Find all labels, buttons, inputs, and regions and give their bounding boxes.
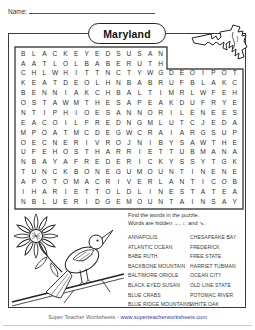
grid-cell: A xyxy=(124,89,135,99)
grid-cell: E xyxy=(219,108,230,118)
footer: Super Teacher Worksheets - www.superteac… xyxy=(0,314,255,320)
grid-cell: K xyxy=(166,98,177,108)
grid-cell: L xyxy=(71,59,82,69)
grid-cell: N xyxy=(18,197,29,207)
grid-cell: E xyxy=(18,118,29,128)
grid-cell: U xyxy=(219,128,230,138)
grid-cell: C xyxy=(113,69,124,79)
grid-cell: F xyxy=(198,98,209,108)
grid-cell: A xyxy=(81,177,92,187)
grid-cell: E xyxy=(229,168,240,178)
grid-cell: J xyxy=(124,138,135,148)
grid-cell: T xyxy=(18,168,29,178)
grid-cell: S xyxy=(177,158,188,168)
grid-cell: B xyxy=(29,158,40,168)
grid-cell: S xyxy=(113,98,124,108)
grid-cell: P xyxy=(29,128,40,138)
grid-cell: R xyxy=(113,148,124,158)
grid-cell: E xyxy=(29,89,40,99)
grid-cell: M xyxy=(124,197,135,207)
grid-cell xyxy=(177,49,188,59)
grid-cell: S xyxy=(208,128,219,138)
grid-cell: G xyxy=(103,197,114,207)
grid-cell: T xyxy=(145,59,156,69)
word-item: BLACK-EYED SUSAN xyxy=(128,281,190,291)
grid-cell: L xyxy=(29,49,40,59)
grid-cell: A xyxy=(155,128,166,138)
grid-cell: T xyxy=(187,187,198,197)
word-item: BALTIMORE ORIOLE xyxy=(128,271,190,281)
grid-cell: A xyxy=(39,79,50,89)
grid-cell xyxy=(166,49,177,59)
grid-cell: W xyxy=(60,98,71,108)
grid-cell: T xyxy=(81,69,92,79)
grid-cell: N xyxy=(219,168,230,178)
grid-cell: U xyxy=(155,168,166,178)
grid-cell: A xyxy=(155,98,166,108)
grid-cell: T xyxy=(187,177,198,187)
grid-cell: C xyxy=(39,138,50,148)
instructions-line2: Words are hidden →, ↓, and ↘. xyxy=(128,220,246,228)
grid-cell: L xyxy=(113,187,124,197)
grid-cell: S xyxy=(113,49,124,59)
grid-cell: B xyxy=(187,79,198,89)
grid-cell: E xyxy=(103,118,114,128)
grid-cell: A xyxy=(39,187,50,197)
grid-cell: I xyxy=(166,128,177,138)
word-item: HARRIET TUBMAN xyxy=(190,262,246,272)
grid-cell: Y xyxy=(229,197,240,207)
grid-cell: A xyxy=(134,79,145,89)
grid-cell: J xyxy=(198,118,209,128)
grid-cell: U xyxy=(29,168,40,178)
grid-cell: E xyxy=(113,197,124,207)
grid-cell: E xyxy=(60,138,71,148)
grid-cell: T xyxy=(229,69,240,79)
grid-cell: T xyxy=(29,108,40,118)
grid-cell: F xyxy=(81,118,92,128)
grid-cell: Y xyxy=(166,158,177,168)
footer-url[interactable]: www.superteacherworksheets.com xyxy=(120,314,206,320)
grid-cell: P xyxy=(134,98,145,108)
grid-cell: L xyxy=(39,197,50,207)
grid-cell: R xyxy=(124,158,135,168)
word-item: POTOMAC RIVER xyxy=(190,291,246,301)
grid-cell: I xyxy=(145,138,156,148)
grid-cell: O xyxy=(50,118,61,128)
grid-cell: H xyxy=(29,69,40,79)
word-item: CHESAPEAKE BAY xyxy=(190,233,246,243)
grid-cell: E xyxy=(208,168,219,178)
grid-cell: H xyxy=(92,98,103,108)
grid-cell: Y xyxy=(81,49,92,59)
grid-cell: K xyxy=(60,168,71,178)
grid-cell: N xyxy=(198,108,209,118)
grid-cell: R xyxy=(103,177,114,187)
grid-cell: C xyxy=(145,158,156,168)
grid-cell: D xyxy=(103,49,114,59)
grid-cell: H xyxy=(155,59,166,69)
grid-cell: N xyxy=(219,148,230,158)
grid-cell: D xyxy=(113,118,124,128)
grid-cell: R xyxy=(103,138,114,148)
grid-cell: S xyxy=(187,158,198,168)
grid-cell: C xyxy=(208,177,219,187)
grid-cell: A xyxy=(39,49,50,59)
word-item: OCEAN CITY xyxy=(190,271,246,281)
grid-cell: U xyxy=(187,98,198,108)
grid-cell: O xyxy=(103,187,114,197)
grid-cell: R xyxy=(187,128,198,138)
grid-cell: E xyxy=(113,158,124,168)
grid-cell: O xyxy=(219,69,230,79)
grid-cell: E xyxy=(71,79,82,89)
grid-cell: N xyxy=(155,197,166,207)
grid-cell: E xyxy=(92,49,103,59)
grid-cell: T xyxy=(39,98,50,108)
grid-cell: C xyxy=(39,118,50,128)
grid-cell: N xyxy=(155,49,166,59)
grid-cell: P xyxy=(29,177,40,187)
grid-cell: F xyxy=(177,79,188,89)
grid-cell: T xyxy=(208,187,219,197)
grid-cell: O xyxy=(113,138,124,148)
grid-cell: C xyxy=(187,118,198,128)
grid-cell: V xyxy=(124,177,135,187)
grid-cell: U xyxy=(50,197,61,207)
grid-cell: E xyxy=(92,158,103,168)
grid-cell: F xyxy=(71,158,82,168)
footer-brand: Super Teacher Worksheets xyxy=(48,314,115,320)
grid-cell: O xyxy=(187,69,198,79)
grid-cell: S xyxy=(208,197,219,207)
grid-cell: P xyxy=(229,128,240,138)
grid-cell: D xyxy=(166,69,177,79)
grid-cell: N xyxy=(103,69,114,79)
grid-cell: U xyxy=(166,118,177,128)
grid-cell: E xyxy=(92,108,103,118)
grid-cell: T xyxy=(92,69,103,79)
grid-cell: H xyxy=(229,89,240,99)
grid-cell: K xyxy=(155,158,166,168)
grid-cell: T xyxy=(208,138,219,148)
grid-cell: A xyxy=(50,98,61,108)
grid-cell: A xyxy=(229,118,240,128)
grid-cell: O xyxy=(145,108,156,118)
page-title-text: Maryland xyxy=(103,28,151,40)
grid-cell: I xyxy=(60,118,71,128)
puzzle-info: Find the words in the puzzle. Words are … xyxy=(128,212,246,310)
grid-cell: D xyxy=(124,187,135,197)
grid-cell: N xyxy=(177,177,188,187)
grid-cell: E xyxy=(219,89,230,99)
grid-cell: E xyxy=(71,49,82,59)
grid-cell: C xyxy=(50,168,61,178)
grid-cell: T xyxy=(208,158,219,168)
grid-cell: Y xyxy=(198,158,209,168)
grid-cell: K xyxy=(81,89,92,99)
grid-cell: R xyxy=(92,118,103,128)
grid-cell: I xyxy=(198,177,209,187)
grid-cell: E xyxy=(29,79,40,89)
grid-cell: I xyxy=(187,197,198,207)
grid-cell: A xyxy=(18,59,29,69)
grid-cell: B xyxy=(103,59,114,69)
grid-cell: S xyxy=(103,108,114,118)
grid-cell: D xyxy=(219,118,230,128)
grid-cell: E xyxy=(29,138,40,148)
grid-cell: T xyxy=(81,187,92,197)
grid-cell: G xyxy=(113,128,124,138)
grid-cell: A xyxy=(50,128,61,138)
grid-cell: I xyxy=(71,69,82,79)
grid-cell: T xyxy=(155,148,166,158)
grid-cell: E xyxy=(208,118,219,128)
grid-cell: A xyxy=(229,187,240,197)
word-list-left: ANNAPOLISATLANTIC OCEANBABE RUTHBACKBONE… xyxy=(128,233,190,310)
grid-cell: I xyxy=(155,89,166,99)
grid-cell: N xyxy=(124,118,135,128)
grid-cell: O xyxy=(18,98,29,108)
grid-cell: O xyxy=(60,148,71,158)
grid-cell: I xyxy=(81,197,92,207)
grid-cell: O xyxy=(81,108,92,118)
word-item: OLD LINE STATE xyxy=(190,281,246,291)
grid-cell: A xyxy=(177,197,188,207)
grid-cell: E xyxy=(208,108,219,118)
grid-cell: M xyxy=(71,98,82,108)
grid-cell: B xyxy=(81,59,92,69)
grid-cell: H xyxy=(103,79,114,89)
grid-cell: T xyxy=(124,69,135,79)
grid-cell: S xyxy=(134,49,145,59)
grid-cell: L xyxy=(92,79,103,89)
grid-cell: R xyxy=(71,197,82,207)
grid-cell: A xyxy=(124,98,135,108)
grid-cell: N xyxy=(18,108,29,118)
grid-cell: G xyxy=(155,69,166,79)
grid-cell xyxy=(177,59,188,69)
grid-cell: E xyxy=(113,59,124,69)
grid-cell: H xyxy=(219,138,230,148)
grid-cell: A xyxy=(166,177,177,187)
grid-cell: T xyxy=(145,89,156,99)
grid-cell: M xyxy=(198,148,209,158)
grid-cell: H xyxy=(29,187,40,197)
grid-cell: G xyxy=(134,118,145,128)
grid-cell: O xyxy=(18,138,29,148)
word-item: BACKBONE MOUNTAIN xyxy=(128,262,190,272)
grid-cell: K xyxy=(219,79,230,89)
grid-cell: B xyxy=(145,79,156,89)
name-underline[interactable] xyxy=(29,6,155,14)
grid-cell: M xyxy=(166,89,177,99)
grid-cell: R xyxy=(71,138,82,148)
word-item: ATLANTIC OCEAN xyxy=(128,243,190,253)
grid-cell: W xyxy=(198,89,209,99)
grid-cell: A xyxy=(71,89,82,99)
grid-cell: E xyxy=(219,187,230,197)
grid-cell: K xyxy=(229,158,240,168)
grid-cell: Y xyxy=(166,138,177,148)
grid-cell: B xyxy=(155,138,166,148)
grid-cell: R xyxy=(124,148,135,158)
grid-cell: A xyxy=(18,177,29,187)
grid-cell: L xyxy=(134,89,145,99)
grid-cell: I xyxy=(145,187,156,197)
grid-cell: R xyxy=(50,187,61,197)
grid-cell: N xyxy=(198,197,209,207)
name-row: Name: xyxy=(8,6,155,15)
grid-cell: A xyxy=(187,138,198,148)
grid-cell: O xyxy=(134,197,145,207)
grid-cell: A xyxy=(29,59,40,69)
grid-cell: R xyxy=(208,98,219,108)
grid-cell: S xyxy=(177,138,188,148)
grid-cell: L xyxy=(187,89,198,99)
grid-cell: B xyxy=(18,49,29,59)
grid-cell: E xyxy=(145,148,156,158)
grid-cell: O xyxy=(60,59,71,69)
grid-cell: U xyxy=(134,59,145,69)
grid-cell: A xyxy=(229,148,240,158)
grid-cell: E xyxy=(103,168,114,178)
grid-cell: D xyxy=(92,128,103,138)
grid-cell: L xyxy=(155,177,166,187)
grid-cell: W xyxy=(124,128,135,138)
grid-cell: C xyxy=(81,128,92,138)
grid-cell: T xyxy=(177,168,188,178)
grid-cell: B xyxy=(187,148,198,158)
grid-cell: R xyxy=(177,89,188,99)
grid-cell: T xyxy=(60,128,71,138)
grid-cell: L xyxy=(71,118,82,128)
instructions-line1: Find the words in the puzzle. xyxy=(128,212,246,220)
grid-cell: U xyxy=(124,168,135,178)
grid-cell: I xyxy=(60,187,71,197)
grid-cell: E xyxy=(60,197,71,207)
grid-cell: C xyxy=(18,69,29,79)
word-item: FREE STATE xyxy=(190,252,246,262)
grid-cell: A xyxy=(208,79,219,89)
grid-cell: E xyxy=(166,187,177,197)
grid-cell: A xyxy=(60,158,71,168)
grid-cell: L xyxy=(39,69,50,79)
word-item: ANNAPOLIS xyxy=(128,233,190,243)
grid-cell: I xyxy=(113,177,124,187)
word-list: ANNAPOLISATLANTIC OCEANBABE RUTHBACKBONE… xyxy=(128,233,246,310)
grid-cell: M xyxy=(71,177,82,187)
grid-cell: U xyxy=(18,148,29,158)
grid-cell: O xyxy=(60,177,71,187)
grid-cell: I xyxy=(39,108,50,118)
bottom-rule xyxy=(3,325,252,326)
grid-cell: T xyxy=(50,79,61,89)
grid-cell: A xyxy=(103,148,114,158)
grid-cell: M xyxy=(145,118,156,128)
grid-cell: I xyxy=(18,187,29,197)
grid-cell: N xyxy=(39,89,50,99)
grid-cell: U xyxy=(145,197,156,207)
grid-cell: T xyxy=(39,59,50,69)
grid-cell: E xyxy=(134,177,145,187)
grid-cell: C xyxy=(92,89,103,99)
word-item: WHITE OAK xyxy=(190,300,246,310)
grid-cell: D xyxy=(177,98,188,108)
grid-cell: I xyxy=(71,108,82,118)
word-search-grid-box: BLACKEYEDSUSANAATLOLBABERUTHCHLWHITTNCTY… xyxy=(14,46,244,210)
grid-cell: A xyxy=(219,197,230,207)
grid-cell: E xyxy=(103,128,114,138)
grid-cell: O xyxy=(39,128,50,138)
grid-cell: N xyxy=(92,168,103,178)
grid-cell: T xyxy=(166,197,177,207)
grid-cell: S xyxy=(229,108,240,118)
grid-cell: R xyxy=(145,177,156,187)
grid-cell: C xyxy=(229,79,240,89)
grid-cell: U xyxy=(166,79,177,89)
grid-cell: M xyxy=(134,168,145,178)
page-title: Maryland xyxy=(88,23,166,44)
grid-cell: E xyxy=(103,98,114,108)
word-item: FREDERICK xyxy=(190,243,246,253)
grid-cell: A xyxy=(208,148,219,158)
grid-cell: P xyxy=(208,69,219,79)
black-eyed-susan-icon xyxy=(14,214,62,277)
grid-cell: K xyxy=(60,49,71,59)
grid-cell: Y xyxy=(219,98,230,108)
grid-cell: M xyxy=(71,128,82,138)
grid-cell: T xyxy=(81,98,92,108)
grid-cell: O xyxy=(145,168,156,178)
grid-cell: T xyxy=(166,148,177,158)
grid-cell: T xyxy=(81,148,92,158)
grid-cell: N xyxy=(124,108,135,118)
word-list-right: CHESAPEAKE BAYFREDERICKFREE STATEHARRIET… xyxy=(190,233,246,310)
grid-cell: W xyxy=(198,138,209,148)
grid-cell: H xyxy=(60,69,71,79)
grid-cell: E xyxy=(229,98,240,108)
grid-cell: I xyxy=(198,69,209,79)
grid-cell: S xyxy=(177,187,188,197)
grid-cell: E xyxy=(187,108,198,118)
grid-cell: E xyxy=(177,69,188,79)
grid-cell: E xyxy=(39,148,50,158)
grid-cell: O xyxy=(219,177,230,187)
maryland-map-icon xyxy=(191,23,249,63)
grid-cell: T xyxy=(177,118,188,128)
grid-cell: I xyxy=(187,168,198,178)
grid-cell: R xyxy=(145,128,156,138)
grid-cell: H xyxy=(103,89,114,99)
grid-cell: B xyxy=(229,177,240,187)
grid-cell: C xyxy=(50,49,61,59)
grid-cell: D xyxy=(103,158,114,168)
grid-cell: F xyxy=(29,148,40,158)
grid-cell: G xyxy=(198,128,209,138)
grid-cell: N xyxy=(198,168,209,178)
grid-cell: D xyxy=(60,79,71,89)
grid-cell: A xyxy=(92,59,103,69)
grid-cell: R xyxy=(155,79,166,89)
grid-cell: Y xyxy=(50,158,61,168)
grid-cell: A xyxy=(177,128,188,138)
grid-cell: A xyxy=(198,187,209,197)
grid-cell: N xyxy=(50,138,61,148)
grid-cell: M xyxy=(18,128,29,138)
grid-cell: L xyxy=(50,59,61,69)
grid-cell: C xyxy=(92,177,103,187)
